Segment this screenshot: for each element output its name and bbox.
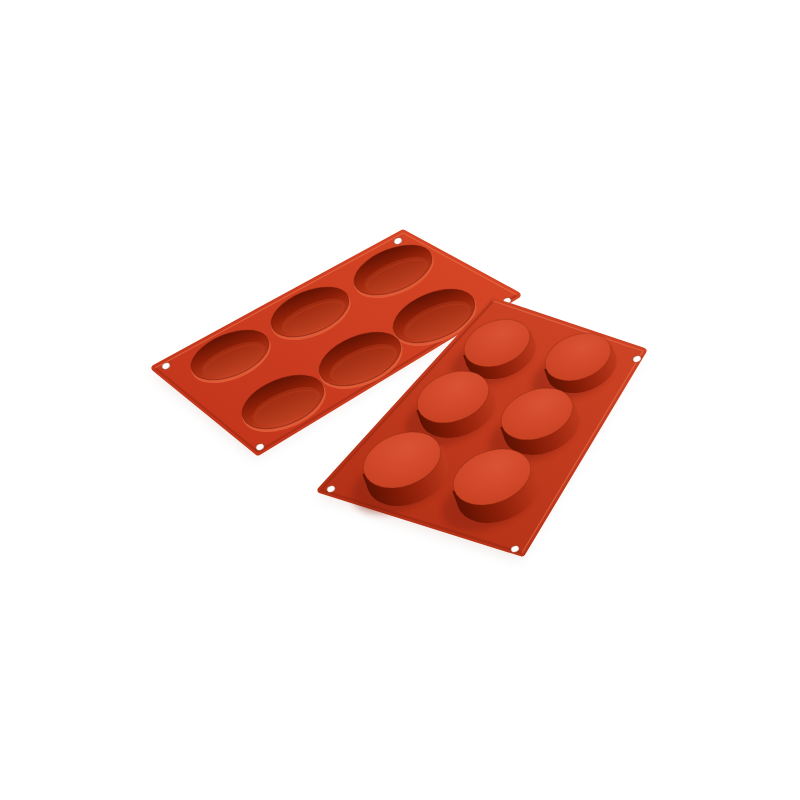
silicone-mold-product-photo <box>0 0 800 800</box>
product-photo-canvas <box>0 0 800 800</box>
